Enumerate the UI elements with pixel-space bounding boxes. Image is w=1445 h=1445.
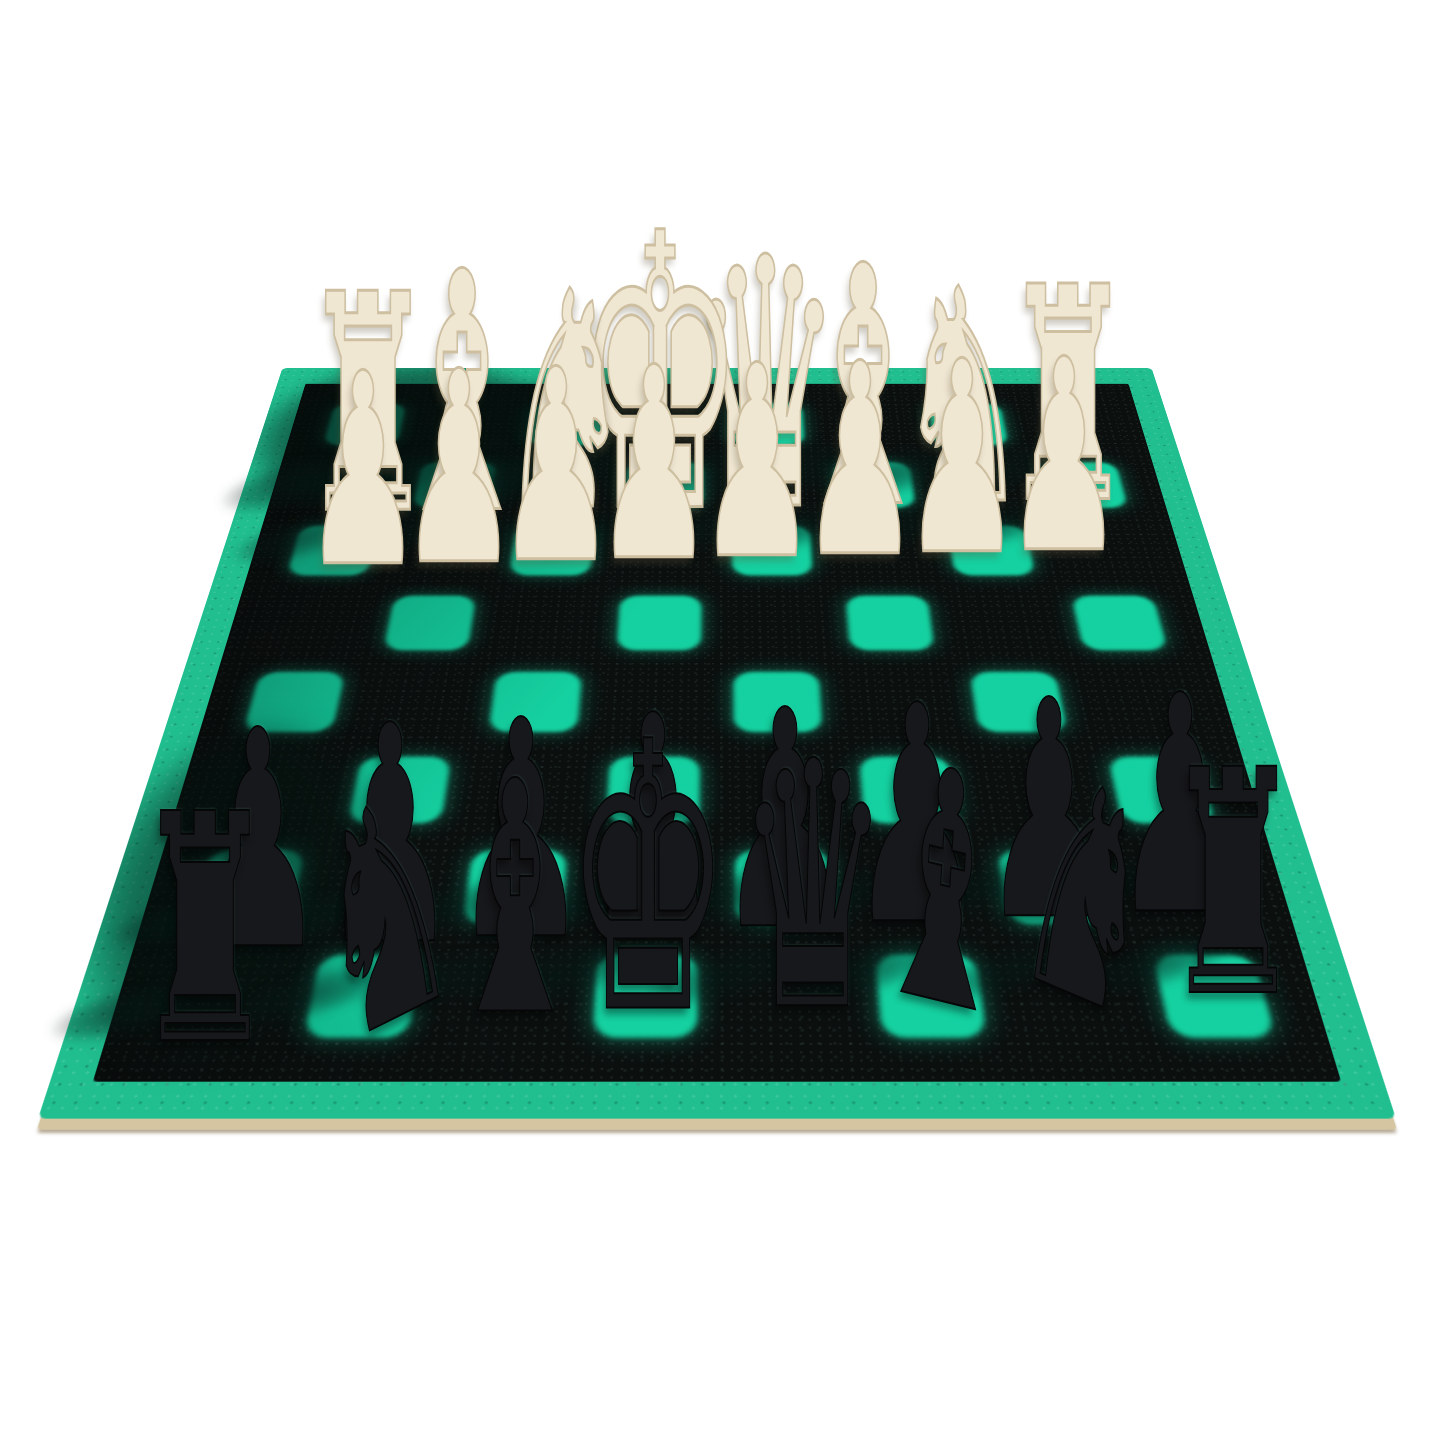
white-pawn[interactable]: ♟ (1005, 325, 1124, 590)
pieces-layer: ♜♝♞♚♛♝♞♜♟♟♟♟♟♟♟♟♟♟♟♟♟♟♟♟♜♞♝♚♛♝♞♜ (0, 0, 1445, 1445)
white-pawn[interactable]: ♟ (903, 327, 1022, 592)
black-rook[interactable]: ♜ (1164, 730, 1303, 1040)
white-pawn[interactable]: ♟ (698, 331, 817, 596)
black-queen[interactable]: ♛ (737, 717, 889, 1057)
black-rook[interactable]: ♜ (134, 774, 275, 1089)
white-pawn[interactable]: ♟ (304, 339, 423, 604)
photo-scene: ♜♝♞♚♛♝♞♜♟♟♟♟♟♟♟♟♟♟♟♟♟♟♟♟♜♞♝♚♛♝♞♜ (0, 0, 1445, 1445)
white-pawn[interactable]: ♟ (801, 329, 920, 594)
black-king[interactable]: ♚ (565, 695, 731, 1065)
